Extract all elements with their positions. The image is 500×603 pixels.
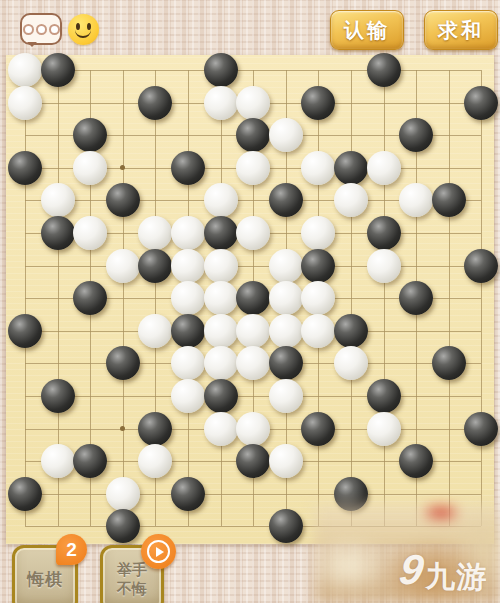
white-stone[interactable] bbox=[204, 412, 238, 446]
white-stone[interactable] bbox=[41, 444, 75, 478]
grid-line-vertical bbox=[481, 70, 482, 526]
black-stone[interactable] bbox=[334, 314, 368, 348]
no-regret-label-line1: 举手 bbox=[117, 560, 147, 579]
black-stone[interactable] bbox=[8, 314, 42, 348]
black-stone[interactable] bbox=[106, 183, 140, 217]
white-stone[interactable] bbox=[73, 216, 107, 250]
white-stone[interactable] bbox=[236, 314, 270, 348]
draw-offer-button[interactable]: 求和 bbox=[424, 10, 498, 50]
black-stone[interactable] bbox=[171, 314, 205, 348]
white-stone[interactable] bbox=[334, 346, 368, 380]
black-stone[interactable] bbox=[171, 477, 205, 511]
white-stone[interactable] bbox=[236, 346, 270, 380]
white-stone[interactable] bbox=[367, 249, 401, 283]
jiuyou-logo-icon: 9 bbox=[397, 549, 426, 591]
white-stone[interactable] bbox=[41, 183, 75, 217]
black-stone[interactable] bbox=[138, 249, 172, 283]
emoji-button[interactable] bbox=[68, 14, 99, 45]
black-stone[interactable] bbox=[301, 412, 335, 446]
watermark-text: 九游 bbox=[425, 557, 487, 598]
white-stone[interactable] bbox=[334, 183, 368, 217]
white-stone[interactable] bbox=[399, 183, 433, 217]
black-stone[interactable] bbox=[464, 86, 498, 120]
white-stone[interactable] bbox=[171, 346, 205, 380]
black-stone[interactable] bbox=[269, 509, 303, 543]
black-stone[interactable] bbox=[334, 151, 368, 185]
black-stone[interactable] bbox=[399, 444, 433, 478]
chat-dot-icon bbox=[23, 24, 34, 35]
resign-button[interactable]: 认输 bbox=[330, 10, 404, 50]
grid-line-vertical bbox=[384, 70, 385, 526]
black-stone[interactable] bbox=[269, 346, 303, 380]
white-stone[interactable] bbox=[8, 86, 42, 120]
black-stone[interactable] bbox=[73, 281, 107, 315]
black-stone[interactable] bbox=[432, 346, 466, 380]
watermark: 9 九游 bbox=[400, 549, 487, 598]
black-stone[interactable] bbox=[204, 53, 238, 87]
white-stone[interactable] bbox=[171, 379, 205, 413]
black-stone[interactable] bbox=[138, 86, 172, 120]
white-stone[interactable] bbox=[138, 444, 172, 478]
blurred-red-detail bbox=[426, 508, 456, 517]
black-stone[interactable] bbox=[301, 249, 335, 283]
undo-move-label: 悔棋 bbox=[27, 568, 63, 591]
no-regret-label-line2: 不悔 bbox=[117, 579, 147, 598]
white-stone[interactable] bbox=[204, 183, 238, 217]
white-stone[interactable] bbox=[138, 216, 172, 250]
white-stone[interactable] bbox=[301, 314, 335, 348]
white-stone[interactable] bbox=[367, 412, 401, 446]
black-stone[interactable] bbox=[8, 151, 42, 185]
black-stone[interactable] bbox=[464, 412, 498, 446]
white-stone[interactable] bbox=[269, 314, 303, 348]
play-audio-button[interactable] bbox=[141, 534, 176, 569]
undo-count-badge: 2 bbox=[56, 534, 87, 565]
white-stone[interactable] bbox=[138, 314, 172, 348]
white-stone[interactable] bbox=[204, 346, 238, 380]
black-stone[interactable] bbox=[204, 216, 238, 250]
white-stone[interactable] bbox=[236, 151, 270, 185]
play-triangle-icon bbox=[156, 547, 164, 557]
black-stone[interactable] bbox=[73, 444, 107, 478]
grid-line-horizontal bbox=[25, 494, 481, 495]
white-stone[interactable] bbox=[73, 151, 107, 185]
black-stone[interactable] bbox=[464, 249, 498, 283]
white-stone[interactable] bbox=[171, 216, 205, 250]
black-stone[interactable] bbox=[236, 281, 270, 315]
black-stone[interactable] bbox=[269, 183, 303, 217]
black-stone[interactable] bbox=[41, 53, 75, 87]
black-stone[interactable] bbox=[41, 216, 75, 250]
black-stone[interactable] bbox=[171, 151, 205, 185]
white-stone[interactable] bbox=[236, 86, 270, 120]
white-stone[interactable] bbox=[269, 118, 303, 152]
white-stone[interactable] bbox=[171, 249, 205, 283]
black-stone[interactable] bbox=[73, 118, 107, 152]
black-stone[interactable] bbox=[236, 444, 270, 478]
white-stone[interactable] bbox=[269, 379, 303, 413]
smiley-mouth-icon bbox=[75, 27, 91, 38]
black-stone[interactable] bbox=[367, 216, 401, 250]
white-stone[interactable] bbox=[236, 412, 270, 446]
black-stone[interactable] bbox=[8, 477, 42, 511]
white-stone[interactable] bbox=[367, 151, 401, 185]
white-stone[interactable] bbox=[171, 281, 205, 315]
black-stone[interactable] bbox=[367, 379, 401, 413]
grid-line-vertical bbox=[351, 70, 352, 526]
white-stone[interactable] bbox=[269, 444, 303, 478]
white-stone[interactable] bbox=[301, 281, 335, 315]
black-stone[interactable] bbox=[399, 118, 433, 152]
white-stone[interactable] bbox=[106, 477, 140, 511]
white-stone[interactable] bbox=[8, 53, 42, 87]
white-stone[interactable] bbox=[204, 249, 238, 283]
star-point bbox=[120, 426, 125, 431]
black-stone[interactable] bbox=[138, 412, 172, 446]
white-stone[interactable] bbox=[269, 249, 303, 283]
white-stone[interactable] bbox=[106, 249, 140, 283]
chat-dot-icon bbox=[49, 24, 60, 35]
black-stone[interactable] bbox=[367, 53, 401, 87]
black-stone[interactable] bbox=[106, 509, 140, 543]
black-stone[interactable] bbox=[106, 346, 140, 380]
white-stone[interactable] bbox=[204, 86, 238, 120]
grid-line-horizontal bbox=[25, 396, 481, 397]
white-stone[interactable] bbox=[269, 281, 303, 315]
play-ring-icon bbox=[147, 540, 170, 563]
white-stone[interactable] bbox=[301, 216, 335, 250]
black-stone[interactable] bbox=[41, 379, 75, 413]
black-stone[interactable] bbox=[301, 86, 335, 120]
chat-dot-icon bbox=[36, 24, 47, 35]
black-stone[interactable] bbox=[204, 379, 238, 413]
black-stone[interactable] bbox=[399, 281, 433, 315]
white-stone[interactable] bbox=[204, 281, 238, 315]
white-stone[interactable] bbox=[204, 314, 238, 348]
black-stone[interactable] bbox=[432, 183, 466, 217]
grid-line-vertical bbox=[449, 70, 450, 526]
board[interactable] bbox=[6, 55, 494, 544]
white-stone[interactable] bbox=[236, 216, 270, 250]
chat-button[interactable] bbox=[20, 13, 62, 45]
star-point bbox=[120, 165, 125, 170]
black-stone[interactable] bbox=[236, 118, 270, 152]
white-stone[interactable] bbox=[301, 151, 335, 185]
